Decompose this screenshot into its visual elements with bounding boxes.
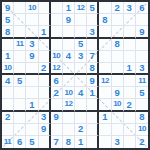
cell-r9c4[interactable] <box>39 99 51 111</box>
given-digit: 1 <box>5 51 10 61</box>
cell-r9c7[interactable] <box>75 99 87 111</box>
given-digit: 2 <box>114 3 119 13</box>
cell-r9c6[interactable]: 12 <box>63 99 75 111</box>
cell-r3c3[interactable] <box>26 26 38 38</box>
cell-r5c1[interactable]: 1 <box>2 51 14 63</box>
cell-r7c8[interactable]: 9 <box>87 75 99 87</box>
cell-r1c10[interactable]: 2 <box>112 2 124 14</box>
given-digit: 3 <box>78 51 83 61</box>
cell-r7c4[interactable] <box>39 75 51 87</box>
given-digit: 1 <box>29 100 34 110</box>
cell-r4c12[interactable] <box>136 39 148 51</box>
given-digit: 5 <box>78 39 83 49</box>
cell-r1c8[interactable]: 5 <box>87 2 99 14</box>
given-digit: 10 <box>52 52 60 60</box>
given-digit: 10 <box>138 125 146 133</box>
cell-r3c10[interactable] <box>112 26 124 38</box>
given-digit: 11 <box>138 77 145 85</box>
cell-r12c2[interactable]: 6 <box>14 136 26 148</box>
cell-r6c8[interactable]: 8 <box>87 63 99 75</box>
cell-r10c9[interactable]: 1 <box>99 112 111 124</box>
cell-r2c3[interactable] <box>26 14 38 26</box>
cell-r7c3[interactable] <box>26 75 38 87</box>
cell-r12c5[interactable]: 7 <box>51 136 63 148</box>
cell-r2c4[interactable] <box>39 14 51 26</box>
cell-r4c11[interactable] <box>124 39 136 51</box>
given-digit: 5 <box>90 3 95 13</box>
given-digit: 4 <box>66 51 71 61</box>
given-digit: 10 <box>4 64 12 72</box>
cell-r6c1[interactable]: 10 <box>2 63 14 75</box>
cell-r7c10[interactable] <box>112 75 124 87</box>
cell-r2c6[interactable]: 9 <box>63 14 75 26</box>
cell-r3c2[interactable] <box>14 26 26 38</box>
cell-r10c12[interactable]: 8 <box>136 112 148 124</box>
given-digit: 2 <box>5 112 10 122</box>
given-digit: 3 <box>127 3 132 13</box>
cell-r4c1[interactable] <box>2 39 14 51</box>
given-digit: 1 <box>41 27 46 37</box>
given-digit: 9 <box>139 27 144 37</box>
given-digit: 1 <box>127 63 132 73</box>
cell-r4c5[interactable] <box>51 39 63 51</box>
cell-r3c7[interactable] <box>75 26 87 38</box>
cell-r4c8[interactable] <box>87 39 99 51</box>
cell-r11c7[interactable]: 2 <box>75 124 87 136</box>
cell-r9c1[interactable] <box>2 99 14 111</box>
cell-r2c5[interactable] <box>51 14 63 26</box>
given-digit: 12 <box>64 100 72 108</box>
given-digit: 3 <box>29 39 34 49</box>
cell-r7c6[interactable] <box>63 75 75 87</box>
cell-r2c7[interactable] <box>75 14 87 26</box>
cell-r6c7[interactable] <box>75 63 87 75</box>
cell-r3c1[interactable]: 8 <box>2 26 14 38</box>
given-digit: 4 <box>5 76 10 86</box>
cell-r4c9[interactable] <box>99 39 111 51</box>
given-digit: 11 <box>4 138 11 146</box>
given-digit: 3 <box>41 112 46 122</box>
given-digit: 4 <box>78 88 83 98</box>
cell-r8c2[interactable] <box>14 87 26 99</box>
cell-r4c6[interactable] <box>63 39 75 51</box>
cell-r5c8[interactable]: 7 <box>87 51 99 63</box>
given-digit: 3 <box>139 63 144 73</box>
cell-r7c9[interactable]: 12 <box>99 75 111 87</box>
given-digit: 9 <box>41 124 46 134</box>
cell-r6c12[interactable]: 3 <box>136 63 148 75</box>
cell-r6c11[interactable]: 1 <box>124 63 136 75</box>
cell-r8c7[interactable]: 4 <box>75 87 87 99</box>
cell-r3c8[interactable]: 3 <box>87 26 99 38</box>
cell-r5c10[interactable] <box>112 51 124 63</box>
cell-r6c3[interactable] <box>26 63 38 75</box>
given-digit: 6 <box>54 76 59 86</box>
given-digit: 3 <box>114 137 119 147</box>
cell-r9c12[interactable] <box>136 99 148 111</box>
given-digit: 11 <box>16 40 23 48</box>
cell-r11c9[interactable] <box>99 124 111 136</box>
given-digit: 9 <box>29 51 34 61</box>
cell-r5c6[interactable]: 4 <box>63 51 75 63</box>
cell-r9c10[interactable]: 10 <box>112 99 124 111</box>
cell-r1c7[interactable]: 12 <box>75 2 87 14</box>
cell-r11c2[interactable] <box>14 124 26 136</box>
cell-r8c3[interactable] <box>26 87 38 99</box>
cell-r6c4[interactable]: 2 <box>39 63 51 75</box>
cell-r8c1[interactable] <box>2 87 14 99</box>
cell-r7c12[interactable]: 11 <box>136 75 148 87</box>
cell-r9c8[interactable] <box>87 99 99 111</box>
cell-r1c4[interactable] <box>39 2 51 14</box>
cell-r6c10[interactable] <box>112 63 124 75</box>
cell-r12c11[interactable] <box>124 136 136 148</box>
given-digit: 6 <box>17 137 22 147</box>
cell-r12c4[interactable] <box>39 136 51 148</box>
cell-r12c10[interactable]: 3 <box>112 136 124 148</box>
given-digit: 2 <box>41 63 46 73</box>
cell-r1c9[interactable] <box>99 2 111 14</box>
cell-r3c6[interactable] <box>63 26 75 38</box>
given-digit: 1 <box>90 88 95 98</box>
given-digit: 5 <box>139 88 144 98</box>
cell-r5c7[interactable]: 3 <box>75 51 87 63</box>
cell-r12c8[interactable] <box>87 136 99 148</box>
cell-r5c2[interactable] <box>14 51 26 63</box>
cell-r4c10[interactable]: 8 <box>112 39 124 51</box>
cell-r7c7[interactable] <box>75 75 87 87</box>
cell-r1c5[interactable] <box>51 2 63 14</box>
cell-r9c9[interactable] <box>99 99 111 111</box>
cell-r1c12[interactable]: 6 <box>136 2 148 14</box>
cell-r8c4[interactable] <box>39 87 51 99</box>
cell-r4c4[interactable] <box>39 39 51 51</box>
cell-r10c4[interactable]: 3 <box>39 112 51 124</box>
given-digit: 8 <box>102 15 107 25</box>
cell-r8c11[interactable] <box>124 87 136 99</box>
given-digit: 10 <box>64 89 72 97</box>
cell-r12c7[interactable]: 1 <box>75 136 87 148</box>
given-digit: 5 <box>5 15 10 25</box>
given-digit: 5 <box>17 76 22 86</box>
cell-r11c11[interactable] <box>124 124 136 136</box>
given-digit: 6 <box>139 3 144 13</box>
given-digit: 3 <box>90 27 95 37</box>
cell-grid: 9101125236598813911358191043710212813456… <box>2 2 148 148</box>
cell-r4c2[interactable]: 11 <box>14 39 26 51</box>
given-digit: 1 <box>102 112 107 122</box>
cell-r8c9[interactable] <box>99 87 111 99</box>
cell-r6c6[interactable] <box>63 63 75 75</box>
cell-r3c4[interactable]: 1 <box>39 26 51 38</box>
cell-r10c5[interactable]: 9 <box>51 112 63 124</box>
cell-r1c6[interactable]: 1 <box>63 2 75 14</box>
cell-r2c12[interactable] <box>136 14 148 26</box>
cell-r10c11[interactable] <box>124 112 136 124</box>
cell-r7c2[interactable]: 5 <box>14 75 26 87</box>
given-digit: 12 <box>52 64 60 72</box>
given-digit: 10 <box>28 4 36 12</box>
cell-r2c10[interactable] <box>112 14 124 26</box>
cell-r5c12[interactable] <box>136 51 148 63</box>
given-digit: 9 <box>90 76 95 86</box>
cell-r12c1[interactable]: 11 <box>2 136 14 148</box>
cell-r12c9[interactable] <box>99 136 111 148</box>
cell-r12c6[interactable]: 8 <box>63 136 75 148</box>
given-digit: 1 <box>78 137 83 147</box>
cell-r9c5[interactable] <box>51 99 63 111</box>
given-digit: 8 <box>5 27 10 37</box>
cell-r8c6[interactable]: 10 <box>63 87 75 99</box>
cell-r5c5[interactable]: 10 <box>51 51 63 63</box>
cell-r4c7[interactable]: 5 <box>75 39 87 51</box>
given-digit: 9 <box>114 88 119 98</box>
given-digit: 2 <box>127 100 132 110</box>
given-digit: 9 <box>5 3 10 13</box>
cell-r7c5[interactable]: 6 <box>51 75 63 87</box>
cell-r9c2[interactable] <box>14 99 26 111</box>
cell-r11c5[interactable] <box>51 124 63 136</box>
cell-r4c3[interactable]: 3 <box>26 39 38 51</box>
given-digit: 8 <box>139 112 144 122</box>
given-digit: 8 <box>90 63 95 73</box>
cell-r2c8[interactable] <box>87 14 99 26</box>
cell-r7c1[interactable]: 4 <box>2 75 14 87</box>
cell-r5c11[interactable] <box>124 51 136 63</box>
cell-r11c12[interactable]: 10 <box>136 124 148 136</box>
cell-r1c3[interactable]: 10 <box>26 2 38 14</box>
cell-r11c3[interactable] <box>26 124 38 136</box>
given-digit: 8 <box>114 39 119 49</box>
sudoku-board: 9101125236598813911358191043710212813456… <box>0 0 150 150</box>
cell-r9c3[interactable]: 1 <box>26 99 38 111</box>
cell-r12c3[interactable]: 5 <box>26 136 38 148</box>
given-digit: 2 <box>78 124 83 134</box>
cell-r10c10[interactable] <box>112 112 124 124</box>
given-digit: 12 <box>77 4 85 12</box>
cell-r2c11[interactable] <box>124 14 136 26</box>
cell-r1c1[interactable]: 9 <box>2 2 14 14</box>
cell-r10c1[interactable]: 2 <box>2 112 14 124</box>
given-digit: 2 <box>139 137 144 147</box>
cell-r11c10[interactable] <box>112 124 124 136</box>
cell-r8c12[interactable]: 5 <box>136 87 148 99</box>
cell-r9c11[interactable]: 2 <box>124 99 136 111</box>
cell-r1c2[interactable] <box>14 2 26 14</box>
cell-r12c12[interactable]: 2 <box>136 136 148 148</box>
given-digit: 1 <box>66 3 71 13</box>
cell-r10c7[interactable] <box>75 112 87 124</box>
given-digit: 5 <box>29 137 34 147</box>
cell-r8c10[interactable]: 9 <box>112 87 124 99</box>
cell-r6c9[interactable] <box>99 63 111 75</box>
cell-r3c11[interactable] <box>124 26 136 38</box>
cell-r3c12[interactable]: 9 <box>136 26 148 38</box>
given-digit: 7 <box>90 51 95 61</box>
cell-r3c5[interactable] <box>51 26 63 38</box>
cell-r10c8[interactable] <box>87 112 99 124</box>
cell-r2c2[interactable] <box>14 14 26 26</box>
cell-r11c4[interactable]: 9 <box>39 124 51 136</box>
given-digit: 9 <box>66 15 71 25</box>
cell-r10c3[interactable] <box>26 112 38 124</box>
given-digit: 12 <box>101 77 109 85</box>
given-digit: 10 <box>113 100 121 108</box>
cell-r1c11[interactable]: 3 <box>124 2 136 14</box>
cell-r2c9[interactable]: 8 <box>99 14 111 26</box>
cell-r5c9[interactable] <box>99 51 111 63</box>
cell-r11c8[interactable] <box>87 124 99 136</box>
cell-r3c9[interactable] <box>99 26 111 38</box>
cell-r5c4[interactable] <box>39 51 51 63</box>
cell-r6c2[interactable] <box>14 63 26 75</box>
given-digit: 2 <box>54 88 59 98</box>
cell-r2c1[interactable]: 5 <box>2 14 14 26</box>
cell-r10c6[interactable] <box>63 112 75 124</box>
cell-r7c11[interactable] <box>124 75 136 87</box>
cell-r11c1[interactable] <box>2 124 14 136</box>
cell-r8c5[interactable]: 2 <box>51 87 63 99</box>
cell-r10c2[interactable] <box>14 112 26 124</box>
cell-r8c8[interactable]: 1 <box>87 87 99 99</box>
given-digit: 9 <box>54 112 59 122</box>
given-digit: 7 <box>54 137 59 147</box>
cell-r5c3[interactable]: 9 <box>26 51 38 63</box>
given-digit: 8 <box>66 137 71 147</box>
cell-r11c6[interactable] <box>63 124 75 136</box>
cell-r6c5[interactable]: 12 <box>51 63 63 75</box>
